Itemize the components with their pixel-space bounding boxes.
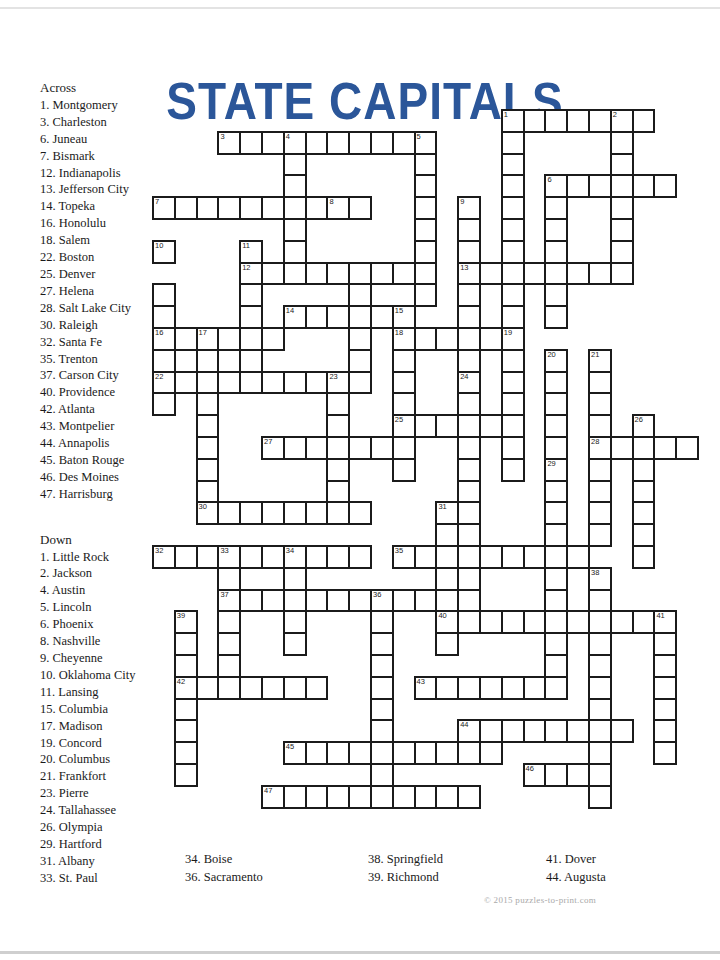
grid-cell-r11c18[interactable]: 20 xyxy=(544,349,568,373)
grid-cell-r20c19[interactable] xyxy=(566,545,590,569)
grid-cell-r14c11[interactable]: 25 xyxy=(392,414,416,438)
grid-cell-r0c17[interactable] xyxy=(523,109,547,133)
grid-cell-r7c10[interactable] xyxy=(370,262,394,286)
grid-cell-r31c5[interactable]: 47 xyxy=(261,785,285,809)
grid-cell-r31c14[interactable] xyxy=(457,785,481,809)
grid-cell-r9c6[interactable]: 14 xyxy=(283,305,307,329)
grid-cell-r21c18[interactable] xyxy=(544,567,568,591)
grid-cell-r28c1[interactable] xyxy=(174,719,198,743)
grid-cell-r7c19[interactable] xyxy=(566,262,590,286)
grid-cell-r17c20[interactable] xyxy=(588,480,612,504)
grid-cell-r30c10[interactable] xyxy=(370,763,394,787)
grid-cell-r15c10[interactable] xyxy=(370,436,394,460)
grid-cell-r1c21[interactable] xyxy=(610,131,634,155)
grid-cell-r17c8[interactable] xyxy=(326,480,350,504)
grid-cell-r7c17[interactable] xyxy=(523,262,547,286)
grid-cell-r28c10[interactable] xyxy=(370,719,394,743)
grid-cell-r26c6[interactable] xyxy=(283,676,307,700)
grid-cell-r9c18[interactable] xyxy=(544,305,568,329)
grid-cell-r4c0[interactable]: 7 xyxy=(152,196,176,220)
grid-cell-r7c14[interactable]: 13 xyxy=(457,262,481,286)
grid-cell-r7c4[interactable]: 12 xyxy=(239,262,263,286)
grid-cell-r4c2[interactable] xyxy=(196,196,220,220)
grid-cell-r25c3[interactable] xyxy=(217,654,241,678)
grid-cell-r5c18[interactable] xyxy=(544,218,568,242)
grid-cell-r9c0[interactable] xyxy=(152,305,176,329)
grid-cell-r16c16[interactable] xyxy=(501,458,525,482)
grid-cell-r15c16[interactable] xyxy=(501,436,525,460)
grid-cell-r3c22[interactable] xyxy=(632,174,656,198)
grid-cell-r7c7[interactable] xyxy=(305,262,329,286)
grid-cell-r15c9[interactable] xyxy=(348,436,372,460)
grid-cell-r28c18[interactable] xyxy=(544,719,568,743)
grid-cell-r16c2[interactable] xyxy=(196,458,220,482)
grid-cell-r26c18[interactable] xyxy=(544,676,568,700)
grid-cell-r2c21[interactable] xyxy=(610,153,634,177)
grid-cell-r8c4[interactable] xyxy=(239,283,263,307)
grid-cell-r6c12[interactable] xyxy=(414,240,438,264)
grid-cell-r26c12[interactable]: 43 xyxy=(414,676,438,700)
grid-cell-r13c20[interactable] xyxy=(588,392,612,416)
grid-cell-r2c6[interactable] xyxy=(283,153,307,177)
grid-cell-r29c14[interactable] xyxy=(457,741,481,765)
grid-cell-r17c22[interactable] xyxy=(632,480,656,504)
grid-cell-r0c16[interactable]: 1 xyxy=(501,109,525,133)
grid-cell-r1c11[interactable] xyxy=(392,131,416,155)
grid-cell-r7c8[interactable] xyxy=(326,262,350,286)
grid-cell-r26c10[interactable] xyxy=(370,676,394,700)
grid-cell-r18c22[interactable] xyxy=(632,501,656,525)
grid-cell-r18c6[interactable] xyxy=(283,501,307,525)
grid-cell-r24c10[interactable] xyxy=(370,632,394,656)
grid-cell-r20c18[interactable] xyxy=(544,545,568,569)
grid-cell-r14c8[interactable] xyxy=(326,414,350,438)
grid-cell-r23c23[interactable]: 41 xyxy=(653,610,677,634)
grid-cell-r31c11[interactable] xyxy=(392,785,416,809)
grid-cell-r13c14[interactable] xyxy=(457,392,481,416)
grid-cell-r2c12[interactable] xyxy=(414,153,438,177)
grid-cell-r28c14[interactable]: 44 xyxy=(457,719,481,743)
grid-cell-r16c11[interactable] xyxy=(392,458,416,482)
grid-cell-r12c14[interactable]: 24 xyxy=(457,371,481,395)
grid-cell-r13c18[interactable] xyxy=(544,392,568,416)
grid-cell-r29c12[interactable] xyxy=(414,741,438,765)
grid-cell-r22c4[interactable] xyxy=(239,589,263,613)
grid-cell-r21c13[interactable] xyxy=(435,567,459,591)
grid-cell-r12c16[interactable] xyxy=(501,371,525,395)
grid-cell-r4c21[interactable] xyxy=(610,196,634,220)
grid-cell-r18c14[interactable] xyxy=(457,501,481,525)
grid-cell-r26c14[interactable] xyxy=(457,676,481,700)
grid-cell-r29c23[interactable] xyxy=(653,741,677,765)
grid-cell-r0c18[interactable] xyxy=(544,109,568,133)
grid-cell-r7c5[interactable] xyxy=(261,262,285,286)
grid-cell-r4c3[interactable] xyxy=(217,196,241,220)
grid-cell-r22c10[interactable]: 36 xyxy=(370,589,394,613)
grid-cell-r4c1[interactable] xyxy=(174,196,198,220)
grid-cell-r29c9[interactable] xyxy=(348,741,372,765)
grid-cell-r11c2[interactable] xyxy=(196,349,220,373)
grid-cell-r15c8[interactable] xyxy=(326,436,350,460)
grid-cell-r16c20[interactable] xyxy=(588,458,612,482)
grid-cell-r23c18[interactable] xyxy=(544,610,568,634)
grid-cell-r10c13[interactable] xyxy=(435,327,459,351)
grid-cell-r21c6[interactable] xyxy=(283,567,307,591)
grid-cell-r28c19[interactable] xyxy=(566,719,590,743)
grid-cell-r15c11[interactable] xyxy=(392,436,416,460)
grid-cell-r29c8[interactable] xyxy=(326,741,350,765)
grid-cell-r15c7[interactable] xyxy=(305,436,329,460)
grid-cell-r26c17[interactable] xyxy=(523,676,547,700)
grid-cell-r3c18[interactable]: 6 xyxy=(544,174,568,198)
grid-cell-r25c10[interactable] xyxy=(370,654,394,678)
grid-cell-r31c7[interactable] xyxy=(305,785,329,809)
grid-cell-r15c18[interactable] xyxy=(544,436,568,460)
grid-cell-r10c12[interactable] xyxy=(414,327,438,351)
grid-cell-r29c15[interactable] xyxy=(479,741,503,765)
grid-cell-r14c18[interactable] xyxy=(544,414,568,438)
grid-cell-r15c2[interactable] xyxy=(196,436,220,460)
grid-cell-r23c19[interactable] xyxy=(566,610,590,634)
grid-cell-r30c18[interactable] xyxy=(544,763,568,787)
grid-cell-r10c16[interactable]: 19 xyxy=(501,327,525,351)
grid-cell-r14c16[interactable] xyxy=(501,414,525,438)
grid-cell-r6c18[interactable] xyxy=(544,240,568,264)
grid-cell-r13c8[interactable] xyxy=(326,392,350,416)
grid-cell-r14c15[interactable] xyxy=(479,414,503,438)
grid-cell-r19c18[interactable] xyxy=(544,523,568,547)
grid-cell-r20c13[interactable] xyxy=(435,545,459,569)
grid-cell-r22c18[interactable] xyxy=(544,589,568,613)
grid-cell-r17c2[interactable] xyxy=(196,480,220,504)
grid-cell-r18c7[interactable] xyxy=(305,501,329,525)
grid-cell-r7c9[interactable] xyxy=(348,262,372,286)
grid-cell-r15c23[interactable] xyxy=(653,436,677,460)
grid-cell-r23c10[interactable] xyxy=(370,610,394,634)
grid-cell-r11c4[interactable] xyxy=(239,349,263,373)
grid-cell-r9c7[interactable] xyxy=(305,305,329,329)
grid-cell-r18c13[interactable]: 31 xyxy=(435,501,459,525)
grid-cell-r15c24[interactable] xyxy=(675,436,699,460)
grid-cell-r12c0[interactable]: 22 xyxy=(152,371,176,395)
grid-cell-r19c20[interactable] xyxy=(588,523,612,547)
grid-cell-r20c2[interactable] xyxy=(196,545,220,569)
grid-cell-r22c20[interactable] xyxy=(588,589,612,613)
grid-cell-r4c8[interactable]: 8 xyxy=(326,196,350,220)
grid-cell-r14c20[interactable] xyxy=(588,414,612,438)
grid-cell-r19c13[interactable] xyxy=(435,523,459,547)
grid-cell-r7c16[interactable] xyxy=(501,262,525,286)
grid-cell-r20c12[interactable] xyxy=(414,545,438,569)
grid-cell-r3c20[interactable] xyxy=(588,174,612,198)
grid-cell-r23c3[interactable] xyxy=(217,610,241,634)
grid-cell-r7c6[interactable] xyxy=(283,262,307,286)
grid-cell-r20c9[interactable] xyxy=(348,545,372,569)
grid-cell-r22c14[interactable] xyxy=(457,589,481,613)
grid-cell-r29c10[interactable] xyxy=(370,741,394,765)
grid-cell-r16c8[interactable] xyxy=(326,458,350,482)
grid-cell-r12c9[interactable] xyxy=(348,371,372,395)
grid-cell-r10c2[interactable]: 17 xyxy=(196,327,220,351)
grid-cell-r31c9[interactable] xyxy=(348,785,372,809)
grid-cell-r6c0[interactable]: 10 xyxy=(152,240,176,264)
grid-cell-r20c7[interactable] xyxy=(305,545,329,569)
grid-cell-r10c1[interactable] xyxy=(174,327,198,351)
grid-cell-r27c23[interactable] xyxy=(653,698,677,722)
grid-cell-r16c14[interactable] xyxy=(457,458,481,482)
grid-cell-r26c4[interactable] xyxy=(239,676,263,700)
grid-cell-r26c23[interactable] xyxy=(653,676,677,700)
grid-cell-r12c5[interactable] xyxy=(261,371,285,395)
grid-cell-r31c6[interactable] xyxy=(283,785,307,809)
grid-cell-r0c20[interactable] xyxy=(588,109,612,133)
grid-cell-r23c17[interactable] xyxy=(523,610,547,634)
grid-cell-r12c7[interactable] xyxy=(305,371,329,395)
grid-cell-r13c0[interactable] xyxy=(152,392,176,416)
grid-cell-r3c19[interactable] xyxy=(566,174,590,198)
grid-cell-r7c12[interactable] xyxy=(414,262,438,286)
grid-cell-r0c22[interactable] xyxy=(632,109,656,133)
grid-cell-r9c14[interactable] xyxy=(457,305,481,329)
grid-cell-r5c12[interactable] xyxy=(414,218,438,242)
grid-cell-r12c1[interactable] xyxy=(174,371,198,395)
grid-cell-r9c10[interactable] xyxy=(370,305,394,329)
grid-cell-r29c20[interactable] xyxy=(588,741,612,765)
grid-cell-r15c14[interactable] xyxy=(457,436,481,460)
grid-cell-r12c2[interactable] xyxy=(196,371,220,395)
grid-cell-r6c6[interactable] xyxy=(283,240,307,264)
grid-cell-r24c13[interactable] xyxy=(435,632,459,656)
grid-cell-r10c4[interactable] xyxy=(239,327,263,351)
grid-cell-r11c16[interactable] xyxy=(501,349,525,373)
grid-cell-r10c5[interactable] xyxy=(261,327,285,351)
grid-cell-r20c6[interactable]: 34 xyxy=(283,545,307,569)
grid-cell-r0c21[interactable]: 2 xyxy=(610,109,634,133)
grid-cell-r15c5[interactable]: 27 xyxy=(261,436,285,460)
grid-cell-r20c0[interactable]: 32 xyxy=(152,545,176,569)
grid-cell-r22c6[interactable] xyxy=(283,589,307,613)
grid-cell-r31c13[interactable] xyxy=(435,785,459,809)
grid-cell-r27c10[interactable] xyxy=(370,698,394,722)
grid-cell-r27c1[interactable] xyxy=(174,698,198,722)
grid-cell-r12c11[interactable] xyxy=(392,371,416,395)
grid-cell-r9c9[interactable] xyxy=(348,305,372,329)
grid-cell-r30c1[interactable] xyxy=(174,763,198,787)
grid-cell-r30c20[interactable] xyxy=(588,763,612,787)
grid-cell-r1c3[interactable]: 3 xyxy=(217,131,241,155)
grid-cell-r5c16[interactable] xyxy=(501,218,525,242)
grid-cell-r23c16[interactable] xyxy=(501,610,525,634)
grid-cell-r3c6[interactable] xyxy=(283,174,307,198)
grid-cell-r22c11[interactable] xyxy=(392,589,416,613)
grid-cell-r1c6[interactable]: 4 xyxy=(283,131,307,155)
grid-cell-r5c21[interactable] xyxy=(610,218,634,242)
grid-cell-r10c15[interactable] xyxy=(479,327,503,351)
grid-cell-r18c2[interactable]: 30 xyxy=(196,501,220,525)
grid-cell-r25c23[interactable] xyxy=(653,654,677,678)
grid-cell-r18c4[interactable] xyxy=(239,501,263,525)
grid-cell-r3c23[interactable] xyxy=(653,174,677,198)
grid-cell-r24c23[interactable] xyxy=(653,632,677,656)
grid-cell-r18c5[interactable] xyxy=(261,501,285,525)
grid-cell-r9c11[interactable]: 15 xyxy=(392,305,416,329)
grid-cell-r15c22[interactable] xyxy=(632,436,656,460)
grid-cell-r4c12[interactable] xyxy=(414,196,438,220)
grid-cell-r12c18[interactable] xyxy=(544,371,568,395)
grid-cell-r20c3[interactable]: 33 xyxy=(217,545,241,569)
grid-cell-r26c20[interactable] xyxy=(588,676,612,700)
grid-cell-r22c9[interactable] xyxy=(348,589,372,613)
grid-cell-r24c18[interactable] xyxy=(544,632,568,656)
grid-cell-r20c8[interactable] xyxy=(326,545,350,569)
grid-cell-r18c8[interactable] xyxy=(326,501,350,525)
grid-cell-r1c4[interactable] xyxy=(239,131,263,155)
grid-cell-r29c13[interactable] xyxy=(435,741,459,765)
grid-cell-r28c16[interactable] xyxy=(501,719,525,743)
grid-cell-r1c16[interactable] xyxy=(501,131,525,155)
grid-cell-r23c6[interactable] xyxy=(283,610,307,634)
grid-cell-r28c17[interactable] xyxy=(523,719,547,743)
grid-cell-r20c11[interactable]: 35 xyxy=(392,545,416,569)
grid-cell-r3c16[interactable] xyxy=(501,174,525,198)
grid-cell-r8c18[interactable] xyxy=(544,283,568,307)
grid-cell-r23c13[interactable]: 40 xyxy=(435,610,459,634)
grid-cell-r23c20[interactable] xyxy=(588,610,612,634)
grid-cell-r2c16[interactable] xyxy=(501,153,525,177)
grid-cell-r30c19[interactable] xyxy=(566,763,590,787)
grid-cell-r11c9[interactable] xyxy=(348,349,372,373)
grid-cell-r0c19[interactable] xyxy=(566,109,590,133)
grid-cell-r16c18[interactable]: 29 xyxy=(544,458,568,482)
grid-cell-r14c12[interactable] xyxy=(414,414,438,438)
grid-cell-r20c5[interactable] xyxy=(261,545,285,569)
grid-cell-r25c20[interactable] xyxy=(588,654,612,678)
grid-cell-r29c6[interactable]: 45 xyxy=(283,741,307,765)
grid-cell-r20c22[interactable] xyxy=(632,545,656,569)
grid-cell-r22c12[interactable] xyxy=(414,589,438,613)
grid-cell-r7c18[interactable] xyxy=(544,262,568,286)
grid-cell-r29c7[interactable] xyxy=(305,741,329,765)
grid-cell-r4c5[interactable] xyxy=(261,196,285,220)
grid-cell-r28c20[interactable] xyxy=(588,719,612,743)
grid-cell-r11c11[interactable] xyxy=(392,349,416,373)
grid-cell-r4c18[interactable] xyxy=(544,196,568,220)
grid-cell-r5c6[interactable] xyxy=(283,218,307,242)
grid-cell-r9c8[interactable] xyxy=(326,305,350,329)
grid-cell-r12c3[interactable] xyxy=(217,371,241,395)
grid-cell-r24c6[interactable] xyxy=(283,632,307,656)
grid-cell-r12c20[interactable] xyxy=(588,371,612,395)
grid-cell-r6c4[interactable]: 11 xyxy=(239,240,263,264)
grid-cell-r13c2[interactable] xyxy=(196,392,220,416)
grid-cell-r29c1[interactable] xyxy=(174,741,198,765)
grid-cell-r22c3[interactable]: 37 xyxy=(217,589,241,613)
grid-cell-r28c15[interactable] xyxy=(479,719,503,743)
grid-cell-r6c14[interactable] xyxy=(457,240,481,264)
grid-cell-r23c15[interactable] xyxy=(479,610,503,634)
grid-cell-r31c20[interactable] xyxy=(588,785,612,809)
grid-cell-r19c22[interactable] xyxy=(632,523,656,547)
grid-cell-r14c2[interactable] xyxy=(196,414,220,438)
grid-cell-r21c20[interactable]: 38 xyxy=(588,567,612,591)
grid-cell-r8c14[interactable] xyxy=(457,283,481,307)
grid-cell-r1c8[interactable] xyxy=(326,131,350,155)
grid-cell-r4c6[interactable] xyxy=(283,196,307,220)
grid-cell-r31c10[interactable] xyxy=(370,785,394,809)
grid-cell-r3c12[interactable] xyxy=(414,174,438,198)
grid-cell-r20c15[interactable] xyxy=(479,545,503,569)
grid-cell-r26c13[interactable] xyxy=(435,676,459,700)
grid-cell-r26c2[interactable] xyxy=(196,676,220,700)
grid-cell-r27c20[interactable] xyxy=(588,698,612,722)
grid-cell-r26c7[interactable] xyxy=(305,676,329,700)
grid-cell-r10c11[interactable]: 18 xyxy=(392,327,416,351)
grid-cell-r10c3[interactable] xyxy=(217,327,241,351)
grid-cell-r10c14[interactable] xyxy=(457,327,481,351)
grid-cell-r9c16[interactable] xyxy=(501,305,525,329)
grid-cell-r24c3[interactable] xyxy=(217,632,241,656)
grid-cell-r16c22[interactable] xyxy=(632,458,656,482)
grid-cell-r5c14[interactable] xyxy=(457,218,481,242)
grid-cell-r20c4[interactable] xyxy=(239,545,263,569)
grid-cell-r15c21[interactable] xyxy=(610,436,634,460)
grid-cell-r7c11[interactable] xyxy=(392,262,416,286)
grid-cell-r18c18[interactable] xyxy=(544,501,568,525)
grid-cell-r3c21[interactable] xyxy=(610,174,634,198)
grid-cell-r19c14[interactable] xyxy=(457,523,481,547)
grid-cell-r22c5[interactable] xyxy=(261,589,285,613)
grid-cell-r18c9[interactable] xyxy=(348,501,372,525)
grid-cell-r28c23[interactable] xyxy=(653,719,677,743)
grid-cell-r4c14[interactable]: 9 xyxy=(457,196,481,220)
grid-cell-r31c12[interactable] xyxy=(414,785,438,809)
grid-cell-r17c18[interactable] xyxy=(544,480,568,504)
grid-cell-r10c0[interactable]: 16 xyxy=(152,327,176,351)
grid-cell-r23c22[interactable] xyxy=(632,610,656,634)
grid-cell-r1c5[interactable] xyxy=(261,131,285,155)
grid-cell-r25c1[interactable] xyxy=(174,654,198,678)
grid-cell-r15c6[interactable] xyxy=(283,436,307,460)
grid-cell-r1c9[interactable] xyxy=(348,131,372,155)
grid-cell-r7c20[interactable] xyxy=(588,262,612,286)
grid-cell-r6c16[interactable] xyxy=(501,240,525,264)
grid-cell-r9c4[interactable] xyxy=(239,305,263,329)
grid-cell-r18c3[interactable] xyxy=(217,501,241,525)
grid-cell-r18c20[interactable] xyxy=(588,501,612,525)
grid-cell-r1c10[interactable] xyxy=(370,131,394,155)
grid-cell-r20c16[interactable] xyxy=(501,545,525,569)
grid-cell-r20c17[interactable] xyxy=(523,545,547,569)
grid-cell-r4c9[interactable] xyxy=(348,196,372,220)
grid-cell-r13c11[interactable] xyxy=(392,392,416,416)
grid-cell-r13c16[interactable] xyxy=(501,392,525,416)
grid-cell-r25c18[interactable] xyxy=(544,654,568,678)
grid-cell-r26c16[interactable] xyxy=(501,676,525,700)
grid-cell-r23c1[interactable]: 39 xyxy=(174,610,198,634)
grid-cell-r23c14[interactable] xyxy=(457,610,481,634)
grid-cell-r4c4[interactable] xyxy=(239,196,263,220)
grid-cell-r8c12[interactable] xyxy=(414,283,438,307)
grid-cell-r23c21[interactable] xyxy=(610,610,634,634)
grid-cell-r28c21[interactable] xyxy=(610,719,634,743)
grid-cell-r8c9[interactable] xyxy=(348,283,372,307)
grid-cell-r26c3[interactable] xyxy=(217,676,241,700)
grid-cell-r17c14[interactable] xyxy=(457,480,481,504)
grid-cell-r11c20[interactable]: 21 xyxy=(588,349,612,373)
grid-cell-r15c20[interactable]: 28 xyxy=(588,436,612,460)
grid-cell-r7c15[interactable] xyxy=(479,262,503,286)
grid-cell-r8c16[interactable] xyxy=(501,283,525,307)
